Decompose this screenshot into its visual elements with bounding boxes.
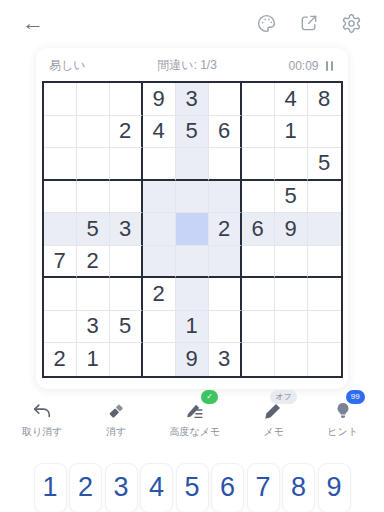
cell-r3c2[interactable] <box>77 148 110 181</box>
cell-r5c1[interactable] <box>44 213 77 246</box>
cell-r1c3[interactable] <box>110 83 143 116</box>
cell-r9c9[interactable] <box>308 343 341 376</box>
hint-icon: 99 <box>333 399 353 421</box>
erase-button[interactable]: 消す <box>105 399 127 439</box>
advanced-notes-label: 高度なメモ <box>170 425 221 439</box>
cell-r6c2[interactable]: 2 <box>77 246 110 279</box>
cell-r5c2[interactable]: 5 <box>77 213 110 246</box>
pause-icon <box>326 61 328 71</box>
cell-r6c7[interactable] <box>242 246 275 279</box>
cell-r8c6[interactable] <box>209 311 242 344</box>
cell-r1c9[interactable]: 8 <box>308 83 341 116</box>
cell-r5c5[interactable] <box>176 213 209 246</box>
advanced-notes-button[interactable]: ✓ 高度なメモ <box>170 399 221 439</box>
cell-r4c2[interactable] <box>77 181 110 214</box>
cell-r9c7[interactable] <box>242 343 275 376</box>
cell-r9c4[interactable] <box>143 343 176 376</box>
cell-r7c5[interactable] <box>176 278 209 311</box>
hint-label: ヒント <box>327 425 358 439</box>
cell-r7c6[interactable] <box>209 278 242 311</box>
cell-r3c5[interactable] <box>176 148 209 181</box>
notes-button[interactable]: オフ メモ <box>263 399 285 439</box>
numpad-key-1[interactable]: 1 <box>34 463 67 512</box>
cell-r2c1[interactable] <box>44 116 77 149</box>
cell-r4c4[interactable] <box>143 181 176 214</box>
settings-button[interactable] <box>341 13 362 34</box>
cell-r4c8[interactable]: 5 <box>275 181 308 214</box>
cell-r3c4[interactable] <box>143 148 176 181</box>
cell-r6c4[interactable] <box>143 246 176 279</box>
cell-r5c6[interactable]: 2 <box>209 213 242 246</box>
status-row: 易しい 間違い: 1/3 00:09 <box>36 55 348 81</box>
cell-r6c5[interactable] <box>176 246 209 279</box>
cell-r1c2[interactable] <box>77 83 110 116</box>
cell-r9c2[interactable]: 1 <box>77 343 110 376</box>
top-bar: ← <box>0 0 384 46</box>
cell-r8c3[interactable]: 5 <box>110 311 143 344</box>
cell-r8c5[interactable]: 1 <box>176 311 209 344</box>
hint-button[interactable]: 99 ヒント <box>327 399 358 439</box>
cell-r4c6[interactable] <box>209 181 242 214</box>
numpad-key-8[interactable]: 8 <box>282 463 315 512</box>
cell-r1c6[interactable] <box>209 83 242 116</box>
numpad-key-2[interactable]: 2 <box>69 463 102 512</box>
undo-button[interactable]: 取り消す <box>22 399 62 439</box>
cell-r4c7[interactable] <box>242 181 275 214</box>
cell-r2c2[interactable] <box>77 116 110 149</box>
advanced-notes-icon: ✓ <box>184 399 206 421</box>
cell-r5c9[interactable] <box>308 213 341 246</box>
erase-label: 消す <box>106 425 126 439</box>
notes-label: メモ <box>264 425 284 439</box>
cell-r2c5[interactable]: 5 <box>176 116 209 149</box>
cell-r9c3[interactable] <box>110 343 143 376</box>
numpad-key-5[interactable]: 5 <box>176 463 209 512</box>
numpad-key-9[interactable]: 9 <box>318 463 351 512</box>
cell-r1c8[interactable]: 4 <box>275 83 308 116</box>
cell-r2c7[interactable] <box>242 116 275 149</box>
cell-r6c3[interactable] <box>110 246 143 279</box>
numpad-key-3[interactable]: 3 <box>105 463 138 512</box>
cell-r7c1[interactable] <box>44 278 77 311</box>
cell-r8c7[interactable] <box>242 311 275 344</box>
cell-r3c6[interactable] <box>209 148 242 181</box>
cell-r7c2[interactable] <box>77 278 110 311</box>
number-pad: 123456789 <box>0 463 384 512</box>
cell-r1c4[interactable]: 9 <box>143 83 176 116</box>
pause-button[interactable] <box>324 59 335 73</box>
theme-button[interactable] <box>256 13 277 34</box>
numpad-key-7[interactable]: 7 <box>247 463 280 512</box>
timer-wrap: 00:09 <box>288 59 335 73</box>
cell-r4c5[interactable] <box>176 181 209 214</box>
share-button[interactable] <box>299 13 319 33</box>
cell-r2c8[interactable]: 1 <box>275 116 308 149</box>
notes-icon: オフ <box>263 399 285 421</box>
hint-badge: 99 <box>346 390 365 404</box>
advanced-notes-badge: ✓ <box>201 390 218 404</box>
palette-icon <box>256 13 277 34</box>
board-card: 易しい 間違い: 1/3 00:09 934824561555326972235… <box>36 48 348 389</box>
cell-r7c3[interactable] <box>110 278 143 311</box>
cell-r4c3[interactable] <box>110 181 143 214</box>
gear-icon <box>341 13 362 34</box>
cell-r5c3[interactable]: 3 <box>110 213 143 246</box>
cell-r6c9[interactable] <box>308 246 341 279</box>
cell-r7c7[interactable] <box>242 278 275 311</box>
cell-r3c3[interactable] <box>110 148 143 181</box>
cell-r5c4[interactable] <box>143 213 176 246</box>
cell-r8c8[interactable] <box>275 311 308 344</box>
cell-r5c8[interactable]: 9 <box>275 213 308 246</box>
cell-r7c9[interactable] <box>308 278 341 311</box>
cell-r3c1[interactable] <box>44 148 77 181</box>
cell-r6c1[interactable]: 7 <box>44 246 77 279</box>
cell-r6c6[interactable] <box>209 246 242 279</box>
share-icon <box>299 13 319 33</box>
cell-r3c9[interactable]: 5 <box>308 148 341 181</box>
cell-r8c1[interactable] <box>44 311 77 344</box>
cell-r1c1[interactable] <box>44 83 77 116</box>
toolbar: 取り消す 消す ✓ 高度なメモ <box>0 389 384 439</box>
cell-r6c8[interactable] <box>275 246 308 279</box>
cell-r7c4[interactable]: 2 <box>143 278 176 311</box>
cell-r9c5[interactable]: 9 <box>176 343 209 376</box>
difficulty-label: 易しい <box>49 57 86 74</box>
cell-r3c7[interactable] <box>242 148 275 181</box>
eraser-icon <box>105 399 127 421</box>
undo-label: 取り消す <box>22 425 62 439</box>
cell-r2c6[interactable]: 6 <box>209 116 242 149</box>
notes-badge: オフ <box>270 390 296 404</box>
cell-r4c1[interactable] <box>44 181 77 214</box>
cell-r7c8[interactable] <box>275 278 308 311</box>
sudoku-grid: 93482456155532697223512193 <box>42 81 343 378</box>
cell-r8c4[interactable] <box>143 311 176 344</box>
cell-r2c3[interactable]: 2 <box>110 116 143 149</box>
timer-label: 00:09 <box>288 59 318 73</box>
cell-r1c7[interactable] <box>242 83 275 116</box>
cell-r8c9[interactable] <box>308 311 341 344</box>
numpad-key-6[interactable]: 6 <box>211 463 244 512</box>
pause-icon <box>331 61 333 71</box>
cell-r8c2[interactable]: 3 <box>77 311 110 344</box>
sudoku-app: { "game": "sudoku", "position": "0009300… <box>0 0 384 512</box>
cell-r3c8[interactable] <box>275 148 308 181</box>
cell-r9c8[interactable] <box>275 343 308 376</box>
cell-r9c1[interactable]: 2 <box>44 343 77 376</box>
undo-icon <box>31 399 53 421</box>
mistakes-label: 間違い: 1/3 <box>157 57 217 74</box>
cell-r9c6[interactable]: 3 <box>209 343 242 376</box>
cell-r2c4[interactable]: 4 <box>143 116 176 149</box>
numpad-key-4[interactable]: 4 <box>140 463 173 512</box>
cell-r1c5[interactable]: 3 <box>176 83 209 116</box>
cell-r4c9[interactable] <box>308 181 341 214</box>
cell-r5c7[interactable]: 6 <box>242 213 275 246</box>
cell-r2c9[interactable] <box>308 116 341 149</box>
back-button[interactable]: ← <box>22 12 44 34</box>
